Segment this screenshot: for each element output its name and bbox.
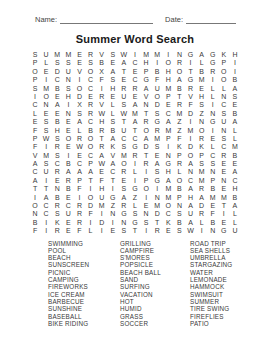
grid-cell-r7c7[interactable]: V bbox=[96, 101, 107, 109]
grid-cell-r19c12[interactable]: M bbox=[152, 202, 163, 210]
grid-cell-r15c16[interactable]: M bbox=[196, 168, 207, 176]
grid-cell-r5c15[interactable]: R bbox=[185, 85, 196, 93]
grid-cell-r11c2[interactable]: W bbox=[41, 135, 52, 143]
grid-cell-r20c4[interactable]: U bbox=[63, 210, 74, 218]
grid-cell-r13c10[interactable]: R bbox=[129, 152, 140, 160]
grid-cell-r20c9[interactable]: G bbox=[118, 210, 129, 218]
grid-cell-r4c1[interactable]: P bbox=[30, 76, 41, 84]
grid-cell-r6c4[interactable]: H bbox=[63, 93, 74, 101]
grid-cell-r12c18[interactable]: C bbox=[218, 143, 229, 151]
grid-cell-r19c10[interactable]: L bbox=[129, 202, 140, 210]
grid-cell-r22c4[interactable]: E bbox=[63, 227, 74, 235]
grid-cell-r22c10[interactable]: T bbox=[129, 227, 140, 235]
grid-cell-r5c10[interactable]: R bbox=[129, 85, 140, 93]
grid-cell-r20c17[interactable]: F bbox=[207, 210, 218, 218]
grid-cell-r6c9[interactable]: U bbox=[118, 93, 129, 101]
grid-cell-r17c16[interactable]: R bbox=[196, 185, 207, 193]
grid-cell-r6c10[interactable]: E bbox=[129, 93, 140, 101]
grid-cell-r10c19[interactable]: L bbox=[229, 127, 240, 135]
grid-cell-r19c18[interactable]: T bbox=[218, 202, 229, 210]
grid-cell-r18c12[interactable]: N bbox=[152, 194, 163, 202]
grid-cell-r21c1[interactable]: B bbox=[30, 219, 41, 227]
grid-cell-r22c17[interactable]: N bbox=[207, 227, 218, 235]
grid-cell-r11c7[interactable]: T bbox=[96, 135, 107, 143]
grid-cell-r16c3[interactable]: E bbox=[52, 177, 63, 185]
grid-cell-r3c1[interactable]: O bbox=[30, 68, 41, 76]
grid-cell-r8c18[interactable]: S bbox=[218, 110, 229, 118]
grid-cell-r18c3[interactable]: B bbox=[52, 194, 63, 202]
grid-cell-r10c14[interactable]: Z bbox=[174, 127, 185, 135]
grid-cell-r13c5[interactable]: E bbox=[74, 152, 85, 160]
grid-cell-r5c13[interactable]: M bbox=[163, 85, 174, 93]
grid-cell-r13c19[interactable]: B bbox=[229, 152, 240, 160]
grid-cell-r7c5[interactable]: X bbox=[74, 101, 85, 109]
grid-cell-r7c17[interactable]: I bbox=[207, 101, 218, 109]
grid-cell-r19c1[interactable]: O bbox=[30, 202, 41, 210]
grid-cell-r7c15[interactable]: F bbox=[185, 101, 196, 109]
grid-cell-r9c1[interactable]: E bbox=[30, 118, 41, 126]
grid-cell-r8c19[interactable]: B bbox=[229, 110, 240, 118]
grid-cell-r9c9[interactable]: T bbox=[118, 118, 129, 126]
grid-cell-r13c7[interactable]: A bbox=[96, 152, 107, 160]
grid-cell-r15c11[interactable]: I bbox=[141, 168, 152, 176]
grid-cell-r13c9[interactable]: M bbox=[118, 152, 129, 160]
grid-cell-r20c16[interactable]: R bbox=[196, 210, 207, 218]
grid-cell-r12c14[interactable]: K bbox=[174, 143, 185, 151]
grid-cell-r3c10[interactable]: E bbox=[129, 68, 140, 76]
grid-cell-r12c13[interactable]: I bbox=[163, 143, 174, 151]
grid-cell-r18c18[interactable]: M bbox=[218, 194, 229, 202]
grid-cell-r11c12[interactable]: M bbox=[152, 135, 163, 143]
grid-cell-r10c4[interactable]: E bbox=[63, 127, 74, 135]
grid-cell-r19c8[interactable]: Z bbox=[107, 202, 118, 210]
grid-cell-r11c4[interactable]: O bbox=[63, 135, 74, 143]
grid-cell-r4c15[interactable]: G bbox=[185, 76, 196, 84]
grid-cell-r10c6[interactable]: B bbox=[85, 127, 96, 135]
grid-cell-r12c16[interactable]: K bbox=[196, 143, 207, 151]
grid-cell-r1c13[interactable]: I bbox=[163, 51, 174, 59]
grid-cell-r1c8[interactable]: S bbox=[107, 51, 118, 59]
grid-cell-r19c11[interactable]: E bbox=[141, 202, 152, 210]
grid-cell-r20c8[interactable]: N bbox=[107, 210, 118, 218]
grid-cell-r9c6[interactable]: C bbox=[85, 118, 96, 126]
grid-cell-r18c9[interactable]: A bbox=[118, 194, 129, 202]
grid-cell-r16c4[interactable]: R bbox=[63, 177, 74, 185]
grid-cell-r5c12[interactable]: U bbox=[152, 85, 163, 93]
grid-cell-r1c9[interactable]: W bbox=[118, 51, 129, 59]
grid-cell-r4c7[interactable]: F bbox=[96, 76, 107, 84]
grid-cell-r17c5[interactable]: F bbox=[74, 185, 85, 193]
grid-cell-r18c8[interactable]: G bbox=[107, 194, 118, 202]
grid-cell-r10c8[interactable]: B bbox=[107, 127, 118, 135]
grid-cell-r10c3[interactable]: H bbox=[52, 127, 63, 135]
grid-cell-r3c3[interactable]: D bbox=[52, 68, 63, 76]
grid-cell-r21c6[interactable]: I bbox=[85, 219, 96, 227]
grid-cell-r7c18[interactable]: C bbox=[218, 101, 229, 109]
grid-cell-r22c7[interactable]: I bbox=[96, 227, 107, 235]
grid-cell-r2c17[interactable]: G bbox=[207, 59, 218, 67]
grid-cell-r17c11[interactable]: O bbox=[141, 185, 152, 193]
grid-cell-r22c15[interactable]: W bbox=[185, 227, 196, 235]
grid-cell-r19c9[interactable]: R bbox=[118, 202, 129, 210]
grid-cell-r4c4[interactable]: N bbox=[63, 76, 74, 84]
grid-cell-r20c11[interactable]: N bbox=[141, 210, 152, 218]
grid-cell-r13c15[interactable]: O bbox=[185, 152, 196, 160]
grid-cell-r10c13[interactable]: M bbox=[163, 127, 174, 135]
grid-cell-r18c5[interactable]: I bbox=[74, 194, 85, 202]
grid-cell-r1c15[interactable]: G bbox=[185, 51, 196, 59]
grid-cell-r12c5[interactable]: W bbox=[74, 143, 85, 151]
grid-cell-r11c9[interactable]: C bbox=[118, 135, 129, 143]
grid-cell-r12c8[interactable]: K bbox=[107, 143, 118, 151]
grid-cell-r19c3[interactable]: R bbox=[52, 202, 63, 210]
grid-cell-r17c10[interactable]: G bbox=[129, 185, 140, 193]
grid-cell-r14c12[interactable]: A bbox=[152, 160, 163, 168]
grid-cell-r16c17[interactable]: P bbox=[207, 177, 218, 185]
grid-cell-r11c19[interactable]: L bbox=[229, 135, 240, 143]
grid-cell-r21c15[interactable]: A bbox=[185, 219, 196, 227]
grid-cell-r6c5[interactable]: D bbox=[74, 93, 85, 101]
grid-cell-r22c9[interactable]: S bbox=[118, 227, 129, 235]
grid-cell-r9c14[interactable]: Z bbox=[174, 118, 185, 126]
grid-cell-r14c7[interactable]: W bbox=[96, 160, 107, 168]
grid-cell-r6c3[interactable]: E bbox=[52, 93, 63, 101]
grid-cell-r17c19[interactable]: H bbox=[229, 185, 240, 193]
grid-cell-r13c14[interactable]: P bbox=[174, 152, 185, 160]
grid-cell-r5c19[interactable]: A bbox=[229, 85, 240, 93]
grid-cell-r7c4[interactable]: I bbox=[63, 101, 74, 109]
grid-cell-r14c15[interactable]: A bbox=[185, 160, 196, 168]
grid-cell-r2c9[interactable]: A bbox=[118, 59, 129, 67]
grid-cell-r7c14[interactable]: R bbox=[174, 101, 185, 109]
grid-cell-r11c15[interactable]: I bbox=[185, 135, 196, 143]
grid-cell-r6c13[interactable]: P bbox=[163, 93, 174, 101]
grid-cell-r2c8[interactable]: E bbox=[107, 59, 118, 67]
grid-cell-r3c19[interactable]: I bbox=[229, 68, 240, 76]
grid-cell-r15c3[interactable]: R bbox=[52, 168, 63, 176]
grid-cell-r22c12[interactable]: R bbox=[152, 227, 163, 235]
grid-cell-r16c1[interactable]: A bbox=[30, 177, 41, 185]
grid-cell-r18c10[interactable]: Z bbox=[129, 194, 140, 202]
grid-cell-r3c7[interactable]: X bbox=[96, 68, 107, 76]
grid-cell-r21c5[interactable]: R bbox=[74, 219, 85, 227]
grid-cell-r19c5[interactable]: R bbox=[74, 202, 85, 210]
grid-cell-r20c14[interactable]: S bbox=[174, 210, 185, 218]
grid-cell-r8c15[interactable]: D bbox=[185, 110, 196, 118]
grid-cell-r2c14[interactable]: R bbox=[174, 59, 185, 67]
grid-cell-r19c16[interactable]: D bbox=[196, 202, 207, 210]
grid-cell-r17c3[interactable]: N bbox=[52, 185, 63, 193]
grid-cell-r9c12[interactable]: G bbox=[152, 118, 163, 126]
grid-cell-r20c19[interactable]: L bbox=[229, 210, 240, 218]
name-input-line[interactable] bbox=[60, 16, 153, 24]
grid-cell-r20c3[interactable]: S bbox=[52, 210, 63, 218]
grid-cell-r4c6[interactable]: C bbox=[85, 76, 96, 84]
grid-cell-r16c5[interactable]: P bbox=[74, 177, 85, 185]
grid-cell-r7c11[interactable]: N bbox=[141, 101, 152, 109]
grid-cell-r5c14[interactable]: B bbox=[174, 85, 185, 93]
grid-cell-r7c10[interactable]: A bbox=[129, 101, 140, 109]
grid-cell-r7c16[interactable]: S bbox=[196, 101, 207, 109]
grid-cell-r11c3[interactable]: S bbox=[52, 135, 63, 143]
grid-cell-r6c1[interactable]: I bbox=[30, 93, 41, 101]
grid-cell-r9c19[interactable]: A bbox=[229, 118, 240, 126]
grid-cell-r18c7[interactable]: U bbox=[96, 194, 107, 202]
grid-cell-r9c15[interactable]: I bbox=[185, 118, 196, 126]
grid-cell-r11c8[interactable]: A bbox=[107, 135, 118, 143]
grid-cell-r14c8[interactable]: A bbox=[107, 160, 118, 168]
grid-cell-r5c1[interactable]: S bbox=[30, 85, 41, 93]
grid-cell-r5c2[interactable]: M bbox=[41, 85, 52, 93]
grid-cell-r12c2[interactable]: I bbox=[41, 143, 52, 151]
grid-cell-r8c6[interactable]: R bbox=[85, 110, 96, 118]
grid-cell-r2c19[interactable]: I bbox=[229, 59, 240, 67]
grid-cell-r7c9[interactable]: S bbox=[118, 101, 129, 109]
grid-cell-r4c12[interactable]: F bbox=[152, 76, 163, 84]
grid-cell-r17c8[interactable]: I bbox=[107, 185, 118, 193]
grid-cell-r4c17[interactable]: I bbox=[207, 76, 218, 84]
grid-cell-r22c5[interactable]: F bbox=[74, 227, 85, 235]
grid-cell-r15c14[interactable]: L bbox=[174, 168, 185, 176]
grid-cell-r4c8[interactable]: S bbox=[107, 76, 118, 84]
grid-cell-r8c14[interactable]: M bbox=[174, 110, 185, 118]
grid-cell-r18c19[interactable]: B bbox=[229, 194, 240, 202]
grid-cell-r15c1[interactable]: C bbox=[30, 168, 41, 176]
grid-cell-r3c14[interactable]: O bbox=[174, 68, 185, 76]
grid-cell-r13c11[interactable]: T bbox=[141, 152, 152, 160]
grid-cell-r1c11[interactable]: M bbox=[141, 51, 152, 59]
grid-cell-r13c6[interactable]: C bbox=[85, 152, 96, 160]
grid-cell-r11c17[interactable]: E bbox=[207, 135, 218, 143]
grid-cell-r15c15[interactable]: N bbox=[185, 168, 196, 176]
grid-cell-r1c14[interactable]: N bbox=[174, 51, 185, 59]
grid-cell-r9c2[interactable]: S bbox=[41, 118, 52, 126]
grid-cell-r19c17[interactable]: E bbox=[207, 202, 218, 210]
grid-cell-r12c3[interactable]: R bbox=[52, 143, 63, 151]
grid-cell-r6c16[interactable]: H bbox=[196, 93, 207, 101]
grid-cell-r22c18[interactable]: G bbox=[218, 227, 229, 235]
grid-cell-r22c16[interactable]: I bbox=[196, 227, 207, 235]
grid-cell-r16c18[interactable]: N bbox=[218, 177, 229, 185]
grid-cell-r6c15[interactable]: V bbox=[185, 93, 196, 101]
grid-cell-r13c2[interactable]: M bbox=[41, 152, 52, 160]
grid-cell-r21c11[interactable]: S bbox=[141, 219, 152, 227]
grid-cell-r9c10[interactable]: A bbox=[129, 118, 140, 126]
grid-cell-r4c11[interactable]: G bbox=[141, 76, 152, 84]
grid-cell-r17c4[interactable]: B bbox=[63, 185, 74, 193]
grid-cell-r8c16[interactable]: Z bbox=[196, 110, 207, 118]
grid-cell-r4c10[interactable]: C bbox=[129, 76, 140, 84]
grid-cell-r15c9[interactable]: R bbox=[118, 168, 129, 176]
grid-cell-r14c11[interactable]: R bbox=[141, 160, 152, 168]
grid-cell-r21c18[interactable]: E bbox=[218, 219, 229, 227]
grid-cell-r21c19[interactable]: L bbox=[229, 219, 240, 227]
grid-cell-r14c3[interactable]: C bbox=[52, 160, 63, 168]
grid-cell-r14c16[interactable]: S bbox=[196, 160, 207, 168]
grid-cell-r17c17[interactable]: B bbox=[207, 185, 218, 193]
grid-cell-r5c16[interactable]: E bbox=[196, 85, 207, 93]
grid-cell-r12c12[interactable]: S bbox=[152, 143, 163, 151]
grid-cell-r10c15[interactable]: M bbox=[185, 127, 196, 135]
grid-cell-r19c6[interactable]: D bbox=[85, 202, 96, 210]
grid-cell-r2c10[interactable]: C bbox=[129, 59, 140, 67]
grid-cell-r1c7[interactable]: V bbox=[96, 51, 107, 59]
grid-cell-r4c13[interactable]: H bbox=[163, 76, 174, 84]
grid-cell-r1c10[interactable]: I bbox=[129, 51, 140, 59]
grid-cell-r8c11[interactable]: T bbox=[141, 110, 152, 118]
grid-cell-r2c2[interactable]: L bbox=[41, 59, 52, 67]
grid-cell-r21c14[interactable]: B bbox=[174, 219, 185, 227]
grid-cell-r13c12[interactable]: E bbox=[152, 152, 163, 160]
grid-cell-r1c2[interactable]: U bbox=[41, 51, 52, 59]
grid-cell-r14c13[interactable]: G bbox=[163, 160, 174, 168]
grid-cell-r10c17[interactable]: I bbox=[207, 127, 218, 135]
grid-cell-r10c12[interactable]: R bbox=[152, 127, 163, 135]
grid-cell-r21c2[interactable]: I bbox=[41, 219, 52, 227]
grid-cell-r9c3[interactable]: B bbox=[52, 118, 63, 126]
grid-cell-r3c2[interactable]: E bbox=[41, 68, 52, 76]
grid-cell-r13c3[interactable]: S bbox=[52, 152, 63, 160]
grid-cell-r18c16[interactable]: A bbox=[196, 194, 207, 202]
grid-cell-r7c6[interactable]: R bbox=[85, 101, 96, 109]
grid-cell-r8c4[interactable]: N bbox=[63, 110, 74, 118]
grid-cell-r18c11[interactable]: I bbox=[141, 194, 152, 202]
grid-cell-r16c11[interactable]: P bbox=[141, 177, 152, 185]
grid-cell-r22c1[interactable]: F bbox=[30, 227, 41, 235]
grid-cell-r16c7[interactable]: F bbox=[96, 177, 107, 185]
grid-cell-r3c12[interactable]: B bbox=[152, 68, 163, 76]
grid-cell-r22c11[interactable]: I bbox=[141, 227, 152, 235]
grid-cell-r4c14[interactable]: A bbox=[174, 76, 185, 84]
grid-cell-r17c6[interactable]: I bbox=[85, 185, 96, 193]
grid-cell-r4c19[interactable]: B bbox=[229, 76, 240, 84]
grid-cell-r11c16[interactable]: R bbox=[196, 135, 207, 143]
grid-cell-r5c5[interactable]: O bbox=[74, 85, 85, 93]
grid-cell-r16c12[interactable]: G bbox=[152, 177, 163, 185]
grid-cell-r20c1[interactable]: N bbox=[30, 210, 41, 218]
grid-cell-r15c10[interactable]: L bbox=[129, 168, 140, 176]
grid-cell-r12c7[interactable]: R bbox=[96, 143, 107, 151]
grid-cell-r15c13[interactable]: H bbox=[163, 168, 174, 176]
grid-cell-r8c17[interactable]: N bbox=[207, 110, 218, 118]
grid-cell-r1c1[interactable]: S bbox=[30, 51, 41, 59]
grid-cell-r2c16[interactable]: L bbox=[196, 59, 207, 67]
grid-cell-r8c3[interactable]: E bbox=[52, 110, 63, 118]
grid-cell-r16c15[interactable]: C bbox=[185, 177, 196, 185]
grid-cell-r15c7[interactable]: E bbox=[96, 168, 107, 176]
grid-cell-r22c8[interactable]: E bbox=[107, 227, 118, 235]
grid-cell-r15c18[interactable]: E bbox=[218, 168, 229, 176]
grid-cell-r4c9[interactable]: E bbox=[118, 76, 129, 84]
grid-cell-r19c19[interactable]: A bbox=[229, 202, 240, 210]
grid-cell-r18c15[interactable]: H bbox=[185, 194, 196, 202]
grid-cell-r8c7[interactable]: W bbox=[96, 110, 107, 118]
grid-cell-r11c1[interactable]: P bbox=[30, 135, 41, 143]
grid-cell-r11c5[interactable]: R bbox=[74, 135, 85, 143]
grid-cell-r9c17[interactable]: G bbox=[207, 118, 218, 126]
grid-cell-r9c13[interactable]: A bbox=[163, 118, 174, 126]
grid-cell-r12c17[interactable]: L bbox=[207, 143, 218, 151]
grid-cell-r12c10[interactable]: G bbox=[129, 143, 140, 151]
grid-cell-r11c11[interactable]: A bbox=[141, 135, 152, 143]
grid-cell-r1c5[interactable]: E bbox=[74, 51, 85, 59]
grid-cell-r20c7[interactable]: I bbox=[96, 210, 107, 218]
grid-cell-r10c10[interactable]: T bbox=[129, 127, 140, 135]
grid-cell-r2c4[interactable]: S bbox=[63, 59, 74, 67]
grid-cell-r7c13[interactable]: E bbox=[163, 101, 174, 109]
grid-cell-r11c10[interactable]: C bbox=[129, 135, 140, 143]
grid-cell-r6c8[interactable]: E bbox=[107, 93, 118, 101]
grid-cell-r13c17[interactable]: C bbox=[207, 152, 218, 160]
grid-cell-r18c2[interactable]: A bbox=[41, 194, 52, 202]
grid-cell-r17c12[interactable]: I bbox=[152, 185, 163, 193]
grid-cell-r21c10[interactable]: G bbox=[129, 219, 140, 227]
grid-cell-r20c13[interactable]: C bbox=[163, 210, 174, 218]
grid-cell-r20c2[interactable]: C bbox=[41, 210, 52, 218]
grid-cell-r7c8[interactable]: L bbox=[107, 101, 118, 109]
grid-cell-r22c6[interactable]: L bbox=[85, 227, 96, 235]
grid-cell-r10c11[interactable]: O bbox=[141, 127, 152, 135]
grid-cell-r15c2[interactable]: U bbox=[41, 168, 52, 176]
grid-cell-r1c18[interactable]: K bbox=[218, 51, 229, 59]
grid-cell-r3c15[interactable]: T bbox=[185, 68, 196, 76]
grid-cell-r14c6[interactable]: P bbox=[85, 160, 96, 168]
grid-cell-r11c18[interactable]: S bbox=[218, 135, 229, 143]
grid-cell-r2c1[interactable]: P bbox=[30, 59, 41, 67]
grid-cell-r21c13[interactable]: K bbox=[163, 219, 174, 227]
grid-cell-r3c13[interactable]: H bbox=[163, 68, 174, 76]
grid-cell-r10c5[interactable]: L bbox=[74, 127, 85, 135]
grid-cell-r4c18[interactable]: O bbox=[218, 76, 229, 84]
grid-cell-r13c4[interactable]: I bbox=[63, 152, 74, 160]
grid-cell-r20c18[interactable]: I bbox=[218, 210, 229, 218]
grid-cell-r12c15[interactable]: D bbox=[185, 143, 196, 151]
grid-cell-r3c6[interactable]: O bbox=[85, 68, 96, 76]
grid-cell-r1c6[interactable]: R bbox=[85, 51, 96, 59]
grid-cell-r13c13[interactable]: N bbox=[163, 152, 174, 160]
grid-cell-r10c18[interactable]: N bbox=[218, 127, 229, 135]
grid-cell-r20c6[interactable]: F bbox=[85, 210, 96, 218]
grid-cell-r8c8[interactable]: L bbox=[107, 110, 118, 118]
grid-cell-r9c18[interactable]: U bbox=[218, 118, 229, 126]
grid-cell-r9c4[interactable]: E bbox=[63, 118, 74, 126]
grid-cell-r22c19[interactable]: U bbox=[229, 227, 240, 235]
grid-cell-r15c17[interactable]: N bbox=[207, 168, 218, 176]
grid-cell-r2c12[interactable]: I bbox=[152, 59, 163, 67]
grid-cell-r18c13[interactable]: M bbox=[163, 194, 174, 202]
grid-cell-r22c14[interactable]: S bbox=[174, 227, 185, 235]
grid-cell-r14c17[interactable]: S bbox=[207, 160, 218, 168]
grid-cell-r5c11[interactable]: A bbox=[141, 85, 152, 93]
grid-cell-r19c14[interactable]: N bbox=[174, 202, 185, 210]
grid-cell-r19c7[interactable]: M bbox=[96, 202, 107, 210]
grid-cell-r5c4[interactable]: S bbox=[63, 85, 74, 93]
grid-cell-r14c18[interactable]: E bbox=[218, 160, 229, 168]
grid-cell-r9c7[interactable]: H bbox=[96, 118, 107, 126]
grid-cell-r7c1[interactable]: C bbox=[30, 101, 41, 109]
grid-cell-r5c17[interactable]: L bbox=[207, 85, 218, 93]
grid-cell-r3c5[interactable]: V bbox=[74, 68, 85, 76]
grid-cell-r3c16[interactable]: B bbox=[196, 68, 207, 76]
grid-cell-r4c5[interactable]: I bbox=[74, 76, 85, 84]
grid-cell-r6c7[interactable]: R bbox=[96, 93, 107, 101]
grid-cell-r11c13[interactable]: P bbox=[163, 135, 174, 143]
grid-cell-r17c14[interactable]: B bbox=[174, 185, 185, 193]
grid-cell-r13c8[interactable]: V bbox=[107, 152, 118, 160]
grid-cell-r6c2[interactable]: O bbox=[41, 93, 52, 101]
grid-cell-r15c19[interactable]: A bbox=[229, 168, 240, 176]
grid-cell-r21c4[interactable]: E bbox=[63, 219, 74, 227]
